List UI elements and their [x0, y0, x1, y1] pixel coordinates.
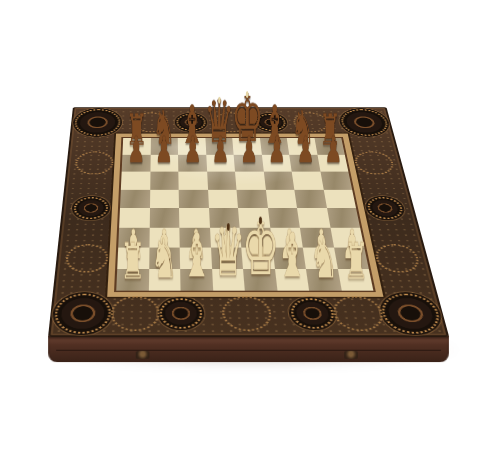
king-glyph: ♚ — [242, 210, 279, 286]
square-g6 — [292, 172, 324, 190]
square-g5 — [294, 189, 326, 208]
rosette-ornament — [74, 109, 121, 135]
pawn-glyph: ♟ — [268, 132, 286, 168]
square-a6 — [121, 172, 150, 190]
rosette-ornament — [73, 197, 109, 219]
square-c5 — [179, 189, 209, 208]
rosette-ornament — [366, 197, 405, 219]
bead-ring-ornament — [65, 244, 109, 273]
finial-accent — [259, 217, 262, 225]
box-seam — [56, 350, 441, 351]
knight-glyph: ♞ — [311, 232, 338, 286]
square-e6 — [235, 172, 265, 190]
square-b5 — [150, 189, 180, 208]
hinge-icon — [345, 351, 359, 359]
pawn-glyph: ♟ — [325, 132, 343, 168]
rosette-ornament — [378, 294, 443, 334]
chess-set-photo: ♜♞♝♛♚♝♞♜♟♟♟♟♟♟♟♟♟♟♟♟♟♟♟♟♜♞♝♛♚♝♞♜ — [0, 0, 500, 450]
hinge-icon — [136, 351, 150, 359]
square-a5 — [120, 189, 150, 208]
knight-glyph: ♞ — [151, 232, 178, 286]
rook-glyph: ♜ — [120, 236, 145, 286]
rosette-ornament — [339, 109, 391, 135]
rosette-ornament — [289, 298, 336, 328]
square-f6 — [263, 172, 294, 190]
box-front-side — [48, 336, 449, 362]
square-d6 — [207, 172, 237, 190]
bead-ring-ornament — [221, 296, 273, 331]
rosette-ornament — [160, 298, 203, 328]
bead-ring-ornament — [74, 151, 114, 174]
finial-accent — [246, 91, 249, 98]
bead-ring-ornament — [110, 296, 160, 331]
square-b6 — [150, 172, 179, 190]
pawn-glyph: ♟ — [296, 132, 314, 168]
square-d5 — [208, 189, 238, 208]
bead-ring-ornament — [353, 151, 397, 174]
pawn-glyph: ♟ — [127, 132, 145, 168]
bead-ring-ornament — [373, 244, 422, 273]
pawn-glyph: ♟ — [240, 132, 258, 168]
rook-glyph: ♜ — [344, 236, 369, 286]
bishop-glyph: ♝ — [181, 226, 211, 287]
finial-accent — [227, 223, 230, 231]
bead-ring-ornament — [331, 296, 387, 331]
chess-board: ♜♞♝♛♚♝♞♜♟♟♟♟♟♟♟♟♟♟♟♟♟♟♟♟♜♞♝♛♚♝♞♜ — [48, 107, 449, 337]
finial-accent — [218, 96, 221, 103]
bishop-glyph: ♝ — [277, 226, 307, 287]
square-h5 — [323, 189, 356, 208]
square-h6 — [320, 172, 352, 190]
rosette-ornament — [53, 294, 112, 334]
square-c6 — [178, 172, 207, 190]
pawn-glyph: ♟ — [155, 132, 173, 168]
queen-glyph: ♛ — [211, 217, 245, 286]
pawn-glyph: ♟ — [183, 132, 201, 168]
pawn-glyph: ♟ — [212, 132, 230, 168]
